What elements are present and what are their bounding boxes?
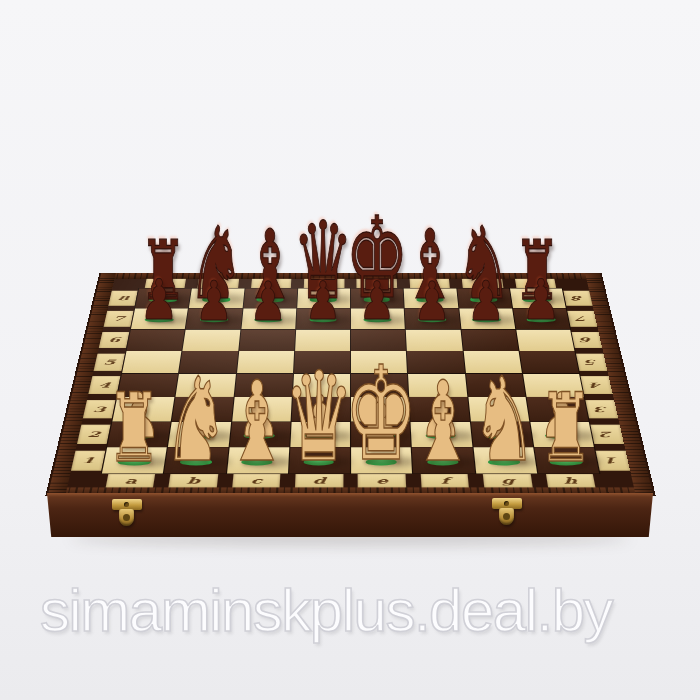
square-c6 [238,329,294,350]
square-e6 [350,329,405,350]
coord-cell-a: a [97,473,162,486]
coord-cell-8: 8 [107,288,137,308]
coord-label: 3 [594,404,608,413]
square-f5 [407,351,464,373]
square-e4 [351,373,408,396]
coord-cell-3: 3 [584,397,618,422]
brass-clasp-left [112,499,142,533]
coord-cell-1: 1 [70,447,106,474]
coord-cell-h: h [537,473,602,486]
square-h4 [522,373,583,396]
frame-corner [67,473,101,486]
square-b4 [175,373,235,396]
square-d7 [295,308,349,328]
square-a8 [135,288,191,308]
square-g4 [465,373,525,396]
clasp-loop-icon [499,508,514,525]
square-c4 [234,373,293,396]
square-h7 [512,308,569,328]
square-h3 [526,397,588,421]
square-d8 [297,288,350,308]
square-e7 [350,308,404,328]
coord-cell-6: 6 [571,329,603,351]
square-e5 [350,351,406,373]
coord-cell-e: e [350,473,413,486]
coord-label: 8 [571,294,584,301]
coord-label: g [500,475,514,485]
coord-cell-2: 2 [589,421,624,447]
frame-corner [560,278,588,288]
coord-cell-4: 4 [87,373,120,397]
square-h5 [519,351,579,373]
coord-cell-h: h [508,278,563,288]
coord-cell-c: c [224,473,288,486]
coord-label: c [250,475,262,485]
coord-label: 4 [97,381,111,389]
coord-label: 6 [580,336,593,344]
square-c3 [231,397,291,421]
coord-label: 8 [116,294,129,301]
coord-cell-4: 4 [580,373,613,397]
square-e3 [351,397,410,421]
coord-cell-f: f [403,278,457,288]
coord-cell-6: 6 [98,329,130,351]
square-d1 [288,447,349,473]
coord-label: d [318,280,329,287]
square-a3 [112,397,174,421]
coord-cell-g: g [455,278,509,288]
coord-cell-2: 2 [76,421,111,447]
board-rim-top [99,273,600,278]
square-h8 [509,288,565,308]
square-a6 [126,329,184,350]
coord-label: 4 [589,381,603,389]
coord-label: h [529,280,542,287]
square-f8 [403,288,457,308]
square-f3 [409,397,469,421]
square-d6 [294,329,349,350]
coord-cell-c: c [244,278,298,288]
square-b3 [172,397,233,421]
coord-label: 2 [599,429,613,438]
coord-label: h [562,475,577,485]
coord-cell-5: 5 [575,350,608,373]
square-a2 [107,421,171,446]
frame-corner [112,278,140,288]
square-b6 [182,329,239,350]
coord-label: f [440,475,449,485]
square-d2 [290,421,350,446]
coord-label: f [426,280,433,287]
coord-label: e [375,475,387,485]
square-d5 [293,351,349,373]
square-g8 [456,288,511,308]
clasp-loop-icon [119,509,134,526]
square-f6 [406,329,462,350]
coord-label: a [123,475,137,485]
coord-label: g [476,280,488,287]
coord-label: 5 [584,358,597,366]
coord-label: a [159,280,170,287]
square-c8 [243,288,297,308]
square-b5 [179,351,237,373]
square-g5 [463,351,521,373]
square-a1 [101,447,166,473]
coord-cell-7: 7 [103,308,134,329]
coord-cell-8: 8 [562,288,592,308]
coord-cell-3: 3 [82,397,116,422]
square-f2 [410,421,471,446]
square-g6 [461,329,518,350]
coord-cell-d: d [287,473,350,486]
watermark-text: simaminskplus.deal.by [40,576,612,645]
square-c5 [236,351,293,373]
product-photo-stage: abcdefgh abcdefgh 87654321 87654321 ♜♞♝♛… [0,0,700,700]
square-h2 [530,421,594,446]
square-b1 [164,447,228,473]
coord-label: b [212,280,224,287]
square-d3 [291,397,350,421]
coord-cell-a: a [138,278,193,288]
coord-cell-f: f [412,473,476,486]
coord-cell-b: b [191,278,245,288]
square-f1 [412,447,475,473]
coord-cell-d: d [297,278,350,288]
coord-label: 5 [102,358,115,366]
frame-corner [600,473,634,486]
file-labels-top: abcdefgh [112,278,588,288]
coord-cell-b: b [161,473,226,486]
square-g7 [458,308,514,328]
coord-label: b [186,475,200,485]
square-c2 [229,421,290,446]
coord-cell-5: 5 [93,350,126,373]
coord-cell-g: g [475,473,540,486]
coord-label: 3 [92,404,106,413]
square-e8 [350,288,403,308]
square-a7 [130,308,187,328]
square-g3 [467,397,528,421]
square-e2 [351,421,411,446]
coord-label: 2 [86,429,100,438]
coord-label: c [266,280,276,287]
coord-cell-7: 7 [566,308,597,329]
coord-cell-1: 1 [594,447,630,474]
square-h6 [516,329,574,350]
square-e1 [351,447,412,473]
square-h1 [533,447,598,473]
square-g2 [470,421,532,446]
coord-label: e [371,280,381,287]
square-c1 [226,447,289,473]
square-b7 [185,308,241,328]
square-b8 [189,288,244,308]
coord-label: 6 [107,336,120,344]
coord-label: 1 [605,455,620,464]
square-f7 [404,308,459,328]
coord-label: 1 [80,455,95,464]
coord-label: d [312,475,325,485]
square-b2 [168,421,230,446]
square-c7 [240,308,295,328]
file-labels-bottom: abcdefgh [67,473,634,486]
chess-board: abcdefgh abcdefgh 87654321 87654321 [47,273,653,495]
coord-label: 7 [575,315,588,322]
square-f4 [408,373,467,396]
square-d4 [292,373,349,396]
coord-label: 7 [112,315,125,322]
board-squares [100,288,600,474]
brass-clasp-right [492,498,522,532]
square-g1 [472,447,536,473]
square-a4 [117,373,178,396]
coord-cell-e: e [350,278,403,288]
square-a5 [122,351,182,373]
